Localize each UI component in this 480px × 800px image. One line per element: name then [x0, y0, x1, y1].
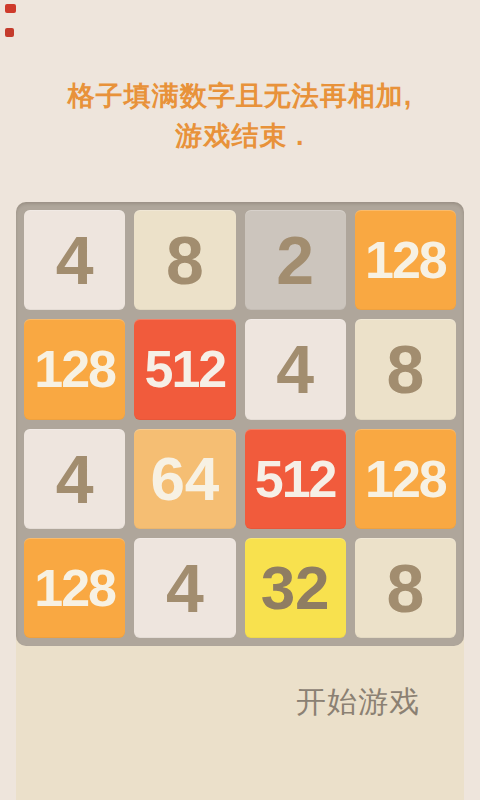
tile-r3c2: 64 — [134, 429, 235, 529]
tile-r3c3: 512 — [245, 429, 346, 529]
tile-r1c2: 8 — [134, 210, 235, 310]
red-marker-icon-2 — [5, 28, 14, 37]
tile-r4c2: 4 — [134, 538, 235, 638]
instruction-line-1: 格子填满数字且无法再相加, — [0, 76, 480, 116]
tile-r1c1: 4 — [24, 210, 125, 310]
tile-r1c4: 128 — [355, 210, 456, 310]
tile-r3c4: 128 — [355, 429, 456, 529]
tile-r2c4: 8 — [355, 319, 456, 419]
tile-r2c2: 512 — [134, 319, 235, 419]
tile-r2c1: 128 — [24, 319, 125, 419]
tile-r4c3: 32 — [245, 538, 346, 638]
game-board[interactable]: 4 8 2 128 128 512 4 8 4 64 512 128 128 4… — [16, 202, 464, 646]
tile-r3c1: 4 — [24, 429, 125, 529]
red-marker-icon-1 — [5, 4, 16, 13]
start-game-button[interactable]: 开始游戏 — [296, 684, 420, 720]
instruction-line-2: 游戏结束 . — [0, 116, 480, 156]
tile-r4c1: 128 — [24, 538, 125, 638]
tile-r4c4: 8 — [355, 538, 456, 638]
game-over-instructions: 格子填满数字且无法再相加, 游戏结束 . — [0, 76, 480, 156]
tile-r1c3: 2 — [245, 210, 346, 310]
tile-r2c3: 4 — [245, 319, 346, 419]
